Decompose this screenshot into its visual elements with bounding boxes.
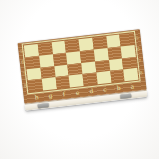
square-a8 (123, 68, 138, 81)
file-label-a: a (125, 82, 140, 92)
rank-label-right-6: 6 (135, 48, 142, 53)
rank-label-left-7: 7 (21, 72, 27, 77)
square-d8 (82, 73, 97, 86)
rank-label-right-5: 5 (134, 36, 141, 41)
file-label-d: d (84, 86, 99, 96)
product-photo-background: 5678 5678 hgfedcba (0, 0, 159, 159)
hinge-right (120, 94, 131, 99)
rank-label-right-7: 7 (136, 59, 143, 64)
square-f8 (55, 76, 70, 89)
square-h8 (28, 79, 43, 92)
square-g8 (41, 77, 56, 90)
folded-chess-board: 5678 5678 hgfedcba (18, 29, 148, 110)
hinge-left (38, 103, 49, 108)
file-label-b: b (111, 83, 126, 93)
file-label-e: e (70, 88, 85, 98)
file-label-c: c (98, 85, 113, 95)
rank-label-left-6: 6 (20, 61, 26, 66)
file-label-h: h (29, 93, 44, 103)
square-e8 (69, 74, 84, 87)
rank-label-right-8: 8 (138, 71, 145, 76)
square-b8 (110, 70, 125, 83)
rank-label-left-8: 8 (22, 84, 28, 89)
rank-label-left-5: 5 (18, 49, 24, 54)
file-label-f: f (57, 89, 72, 99)
square-c8 (96, 71, 111, 84)
file-label-g: g (43, 91, 58, 101)
